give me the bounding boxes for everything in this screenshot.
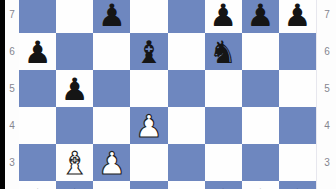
square-c5[interactable] — [93, 70, 130, 107]
chess-board[interactable]: ♟♟♟♟♟♝♞♟♟♝♟♟♟♟♟♟ — [19, 0, 316, 189]
square-e6[interactable] — [168, 33, 205, 70]
piece-white-pawn[interactable]: ♟ — [284, 186, 312, 189]
square-d2[interactable] — [130, 181, 167, 189]
square-c6[interactable] — [93, 33, 130, 70]
piece-black-pawn[interactable]: ♟ — [284, 0, 312, 31]
square-a7[interactable] — [19, 0, 56, 33]
rank-label-5-left: 5 — [5, 70, 19, 107]
rank-labels-right: 76543 — [316, 0, 336, 189]
piece-white-pawn[interactable]: ♟ — [135, 111, 163, 142]
rank-label-4-left: 4 — [5, 107, 19, 144]
square-d7[interactable] — [130, 0, 167, 33]
piece-black-pawn[interactable]: ♟ — [98, 0, 126, 31]
chess-board-screenshot: 76543 ♟♟♟♟♟♝♞♟♟♝♟♟♟♟♟♟ 76543 — [0, 0, 336, 189]
piece-white-bishop[interactable]: ♝ — [61, 148, 89, 179]
square-g6[interactable] — [242, 33, 279, 70]
square-g4[interactable] — [242, 107, 279, 144]
square-h6[interactable] — [279, 33, 316, 70]
rank-label-7-left: 7 — [5, 0, 19, 33]
square-h7[interactable]: ♟ — [279, 0, 316, 33]
piece-black-pawn[interactable]: ♟ — [61, 74, 89, 105]
square-f2[interactable]: ♟ — [205, 181, 242, 189]
square-d5[interactable] — [130, 70, 167, 107]
square-f3[interactable] — [205, 144, 242, 181]
piece-white-pawn[interactable]: ♟ — [61, 186, 89, 189]
square-a5[interactable] — [19, 70, 56, 107]
square-a2[interactable]: ♟ — [19, 181, 56, 189]
rank-label-6-left: 6 — [5, 33, 19, 70]
square-b2[interactable]: ♟ — [56, 181, 93, 189]
rank-labels-left: 76543 — [5, 0, 19, 189]
square-b5[interactable]: ♟ — [56, 70, 93, 107]
piece-black-pawn[interactable]: ♟ — [24, 37, 52, 68]
rank-label-2-left — [5, 181, 19, 189]
piece-white-pawn[interactable]: ♟ — [209, 186, 237, 189]
piece-white-pawn[interactable]: ♟ — [24, 186, 52, 189]
piece-black-bishop[interactable]: ♝ — [135, 37, 163, 68]
square-f6[interactable]: ♞ — [205, 33, 242, 70]
square-d4[interactable]: ♟ — [130, 107, 167, 144]
square-f7[interactable]: ♟ — [205, 0, 242, 33]
square-g2[interactable]: ♟ — [242, 181, 279, 189]
rank-label-3-right: 3 — [317, 144, 336, 181]
square-g5[interactable] — [242, 70, 279, 107]
square-f4[interactable] — [205, 107, 242, 144]
square-e5[interactable] — [168, 70, 205, 107]
square-g3[interactable] — [242, 144, 279, 181]
rank-label-3-left: 3 — [5, 144, 19, 181]
square-d6[interactable]: ♝ — [130, 33, 167, 70]
square-b6[interactable] — [56, 33, 93, 70]
piece-black-pawn[interactable]: ♟ — [209, 0, 237, 31]
square-h4[interactable] — [279, 107, 316, 144]
square-f5[interactable] — [205, 70, 242, 107]
piece-white-pawn[interactable]: ♟ — [98, 148, 126, 179]
square-e7[interactable] — [168, 0, 205, 33]
square-e3[interactable] — [168, 144, 205, 181]
square-b4[interactable] — [56, 107, 93, 144]
rank-label-7-right: 7 — [317, 0, 336, 33]
piece-black-pawn[interactable]: ♟ — [246, 0, 274, 31]
square-h3[interactable] — [279, 144, 316, 181]
square-c2[interactable] — [93, 181, 130, 189]
square-a6[interactable]: ♟ — [19, 33, 56, 70]
square-h5[interactable] — [279, 70, 316, 107]
square-b3[interactable]: ♝ — [56, 144, 93, 181]
rank-label-5-right: 5 — [317, 70, 336, 107]
rank-label-4-right: 4 — [317, 107, 336, 144]
square-a4[interactable] — [19, 107, 56, 144]
square-g7[interactable]: ♟ — [242, 0, 279, 33]
square-c7[interactable]: ♟ — [93, 0, 130, 33]
square-d3[interactable] — [130, 144, 167, 181]
square-a3[interactable] — [19, 144, 56, 181]
square-e4[interactable] — [168, 107, 205, 144]
square-e2[interactable] — [168, 181, 205, 189]
square-b7[interactable] — [56, 0, 93, 33]
square-c4[interactable] — [93, 107, 130, 144]
rank-label-2-right — [317, 181, 336, 189]
piece-black-knight[interactable]: ♞ — [209, 37, 237, 68]
square-c3[interactable]: ♟ — [93, 144, 130, 181]
rank-label-6-right: 6 — [317, 33, 336, 70]
piece-white-pawn[interactable]: ♟ — [246, 186, 274, 189]
square-h2[interactable]: ♟ — [279, 181, 316, 189]
